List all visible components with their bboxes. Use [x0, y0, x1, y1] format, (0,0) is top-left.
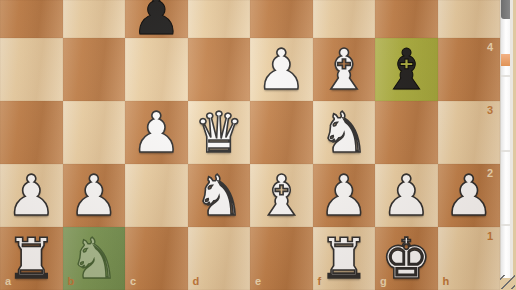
- square-f1[interactable]: ♜f: [313, 227, 376, 290]
- square-d4[interactable]: [188, 38, 251, 101]
- square-e3[interactable]: [250, 101, 313, 164]
- square-a5[interactable]: [0, 0, 63, 38]
- white-rook[interactable]: ♜: [319, 229, 369, 289]
- square-b3[interactable]: [63, 101, 126, 164]
- square-g1[interactable]: ♚g: [375, 227, 438, 290]
- square-h3[interactable]: 3: [438, 101, 501, 164]
- square-f5[interactable]: [313, 0, 376, 38]
- white-knight[interactable]: ♞: [194, 166, 244, 226]
- white-bishop[interactable]: ♝: [319, 40, 369, 100]
- white-pawn[interactable]: ♟: [69, 166, 119, 226]
- square-b2[interactable]: ♟: [63, 164, 126, 227]
- square-e1[interactable]: e: [250, 227, 313, 290]
- square-c4[interactable]: [125, 38, 188, 101]
- white-pawn[interactable]: ♟: [131, 103, 181, 163]
- square-a3[interactable]: [0, 101, 63, 164]
- square-c3[interactable]: ♟: [125, 101, 188, 164]
- white-pawn[interactable]: ♟: [319, 166, 369, 226]
- square-c2[interactable]: [125, 164, 188, 227]
- square-a2[interactable]: ♟: [0, 164, 63, 227]
- square-b4[interactable]: [63, 38, 126, 101]
- square-c1[interactable]: c: [125, 227, 188, 290]
- rank-label-1: 1: [487, 231, 493, 242]
- square-h1[interactable]: 1h: [438, 227, 501, 290]
- square-f2[interactable]: ♟: [313, 164, 376, 227]
- white-knight[interactable]: ♞: [319, 103, 369, 163]
- panel-margin: [510, 0, 513, 278]
- square-g2[interactable]: ♟: [375, 164, 438, 227]
- square-d1[interactable]: d: [188, 227, 251, 290]
- square-d5[interactable]: [188, 0, 251, 38]
- file-label-d: d: [193, 276, 200, 287]
- square-g4[interactable]: ♝: [375, 38, 438, 101]
- white-pawn[interactable]: ♟: [6, 166, 56, 226]
- square-e2[interactable]: ♝: [250, 164, 313, 227]
- chess-app-screenshot: ♟♟♝♝4♟♛♞3♟♟♞♝♟♟♟2♜a♞bcde♜f♚g1h: [0, 0, 516, 290]
- square-g5[interactable]: [375, 0, 438, 38]
- square-h5[interactable]: [438, 0, 501, 38]
- ghost-white-knight[interactable]: ♞: [69, 229, 119, 289]
- white-queen[interactable]: ♛: [194, 103, 244, 163]
- square-c5[interactable]: ♟: [125, 0, 188, 38]
- white-king[interactable]: ♚: [381, 229, 431, 289]
- square-a1[interactable]: ♜a: [0, 227, 63, 290]
- rank-label-3: 3: [487, 105, 493, 116]
- square-f4[interactable]: ♝: [313, 38, 376, 101]
- square-b5[interactable]: [63, 0, 126, 38]
- square-d3[interactable]: ♛: [188, 101, 251, 164]
- rank-label-4: 4: [487, 42, 493, 53]
- file-label-e: e: [255, 276, 261, 287]
- scrollbar-track[interactable]: [500, 0, 513, 278]
- square-b1[interactable]: ♞b: [63, 227, 126, 290]
- white-rook[interactable]: ♜: [6, 229, 56, 289]
- black-pawn[interactable]: ♟: [131, 0, 181, 38]
- file-label-c: c: [130, 276, 136, 287]
- square-d2[interactable]: ♞: [188, 164, 251, 227]
- square-h2[interactable]: ♟2: [438, 164, 501, 227]
- white-bishop[interactable]: ♝: [256, 166, 306, 226]
- square-h4[interactable]: 4: [438, 38, 501, 101]
- right-edge-panel: [500, 0, 516, 290]
- square-e4[interactable]: ♟: [250, 38, 313, 101]
- white-pawn[interactable]: ♟: [256, 40, 306, 100]
- square-g3[interactable]: [375, 101, 438, 164]
- resize-handle-icon[interactable]: [500, 275, 515, 289]
- file-label-h: h: [443, 276, 450, 287]
- square-e5[interactable]: [250, 0, 313, 38]
- white-pawn[interactable]: ♟: [444, 166, 494, 226]
- black-bishop[interactable]: ♝: [381, 40, 431, 100]
- white-pawn[interactable]: ♟: [381, 166, 431, 226]
- chess-board: ♟♟♝♝4♟♛♞3♟♟♞♝♟♟♟2♜a♞bcde♜f♚g1h: [0, 0, 500, 290]
- square-a4[interactable]: [0, 38, 63, 101]
- square-f3[interactable]: ♞: [313, 101, 376, 164]
